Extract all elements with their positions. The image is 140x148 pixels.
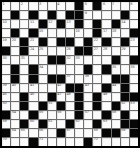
grid-cell[interactable] <box>84 129 92 137</box>
grid-cell[interactable] <box>84 120 92 128</box>
clue-number: 17 <box>103 29 107 33</box>
black-cell <box>121 75 129 83</box>
black-cell <box>102 84 110 92</box>
clue-number: 48 <box>66 92 70 96</box>
grid-cell[interactable] <box>93 56 101 64</box>
black-cell <box>75 84 83 92</box>
clue-number: 65 <box>21 128 25 132</box>
black-cell <box>20 120 28 128</box>
grid-cell[interactable] <box>102 20 110 28</box>
black-cell <box>121 11 129 19</box>
grid-cell[interactable]: 4 <box>57 2 65 10</box>
grid-cell[interactable] <box>75 129 83 137</box>
black-cell <box>57 102 65 110</box>
grid-cell[interactable]: 46 <box>29 93 37 101</box>
grid-cell[interactable] <box>102 138 110 146</box>
grid-cell[interactable]: 55 <box>39 111 47 119</box>
grid-cell[interactable]: 22 <box>93 38 101 46</box>
clue-number: 25 <box>39 47 43 51</box>
grid-cell[interactable] <box>2 75 10 83</box>
grid-cell[interactable] <box>102 56 110 64</box>
clue-number: 27 <box>94 47 98 51</box>
clue-number: 31 <box>21 56 25 60</box>
clue-number: 15 <box>39 29 43 33</box>
clue-number: 16 <box>76 29 80 33</box>
grid-cell[interactable]: 39 <box>2 84 10 92</box>
black-cell <box>29 111 37 119</box>
clue-number: 21 <box>30 38 34 42</box>
black-cell <box>29 65 37 73</box>
grid-cell[interactable] <box>93 111 101 119</box>
grid-cell[interactable]: 20 <box>11 38 19 46</box>
black-cell <box>2 47 10 55</box>
black-cell <box>84 138 92 146</box>
grid-cell[interactable] <box>11 138 19 146</box>
grid-cell[interactable] <box>11 102 19 110</box>
black-cell <box>84 38 92 46</box>
grid-cell[interactable]: 63 <box>102 120 110 128</box>
black-cell <box>39 20 47 28</box>
grid-cell[interactable]: 35 <box>112 65 120 73</box>
black-cell <box>39 120 47 128</box>
grid-cell[interactable] <box>48 111 56 119</box>
clue-number: 70 <box>3 137 7 141</box>
black-cell <box>11 65 19 73</box>
grid-cell[interactable]: 7 <box>112 2 120 10</box>
black-cell <box>29 75 37 83</box>
grid-cell[interactable]: 70 <box>2 138 10 146</box>
clue-number: 8 <box>130 2 132 6</box>
black-cell <box>75 102 83 110</box>
grid-cell[interactable] <box>66 138 74 146</box>
grid-cell[interactable]: 53 <box>130 102 138 110</box>
clue-number: 32 <box>66 56 70 60</box>
grid-cell[interactable] <box>2 29 10 37</box>
black-cell <box>112 129 120 137</box>
crossword-grid: 1234567891011121314151617181920212223242… <box>0 0 140 148</box>
grid-cell[interactable]: 45 <box>2 93 10 101</box>
grid-cell[interactable]: 15 <box>39 29 47 37</box>
grid-cell[interactable]: 57 <box>84 111 92 119</box>
grid-cell[interactable] <box>112 47 120 55</box>
grid-cell[interactable] <box>20 84 28 92</box>
grid-cell[interactable] <box>66 65 74 73</box>
grid-cell[interactable] <box>75 75 83 83</box>
black-cell <box>11 29 19 37</box>
clue-number: 22 <box>94 38 98 42</box>
black-cell <box>11 11 19 19</box>
grid-cell[interactable]: 65 <box>20 129 28 137</box>
grid-cell[interactable] <box>2 65 10 73</box>
clue-number: 61 <box>48 119 52 123</box>
black-cell <box>66 120 74 128</box>
clue-number: 3 <box>39 2 41 6</box>
clue-number: 62 <box>76 119 80 123</box>
black-cell <box>20 93 28 101</box>
black-cell <box>84 47 92 55</box>
grid-cell[interactable]: 61 <box>48 120 56 128</box>
grid-cell[interactable] <box>112 120 120 128</box>
black-cell <box>121 111 129 119</box>
grid-cell[interactable] <box>57 120 65 128</box>
grid-cell[interactable] <box>102 102 110 110</box>
grid-cell[interactable]: 71 <box>39 138 47 146</box>
grid-cell[interactable]: 30 <box>2 56 10 64</box>
clue-number: 59 <box>3 119 7 123</box>
black-cell <box>66 84 74 92</box>
grid-cell[interactable] <box>102 75 110 83</box>
grid-cell[interactable]: 31 <box>20 56 28 64</box>
grid-cell[interactable] <box>39 56 47 64</box>
grid-cell[interactable]: 14 <box>121 20 129 28</box>
grid-cell[interactable] <box>130 75 138 83</box>
grid-cell[interactable] <box>121 65 129 73</box>
grid-cell[interactable]: 43 <box>84 84 92 92</box>
grid-cell[interactable]: 3 <box>39 2 47 10</box>
black-cell <box>75 20 83 28</box>
grid-cell[interactable] <box>57 11 65 19</box>
grid-cell[interactable]: 62 <box>75 120 83 128</box>
grid-cell[interactable] <box>11 20 19 28</box>
grid-cell[interactable] <box>93 75 101 83</box>
grid-cell[interactable]: 49 <box>102 93 110 101</box>
grid-cell[interactable] <box>20 29 28 37</box>
grid-cell[interactable] <box>84 56 92 64</box>
grid-cell[interactable]: 66 <box>39 129 47 137</box>
grid-cell[interactable]: 2 <box>20 2 28 10</box>
clue-number: 44 <box>112 83 116 87</box>
grid-cell[interactable] <box>84 29 92 37</box>
clue-number: 6 <box>103 2 105 6</box>
black-cell <box>121 93 129 101</box>
grid-cell[interactable] <box>121 2 129 10</box>
black-cell <box>29 11 37 19</box>
clue-number: 26 <box>66 47 70 51</box>
grid-cell[interactable]: 59 <box>2 120 10 128</box>
grid-cell[interactable]: 13 <box>66 20 74 28</box>
clue-number: 64 <box>12 128 16 132</box>
grid-cell[interactable] <box>2 11 10 19</box>
grid-cell[interactable] <box>39 11 47 19</box>
grid-cell[interactable] <box>130 138 138 146</box>
grid-cell[interactable] <box>121 138 129 146</box>
black-cell <box>48 75 56 83</box>
grid-cell[interactable]: 34 <box>39 65 47 73</box>
grid-cell[interactable] <box>112 93 120 101</box>
clue-number: 1 <box>3 2 5 6</box>
grid-cell[interactable] <box>48 47 56 55</box>
clue-number: 20 <box>12 38 16 42</box>
grid-cell[interactable] <box>11 93 19 101</box>
grid-cell[interactable]: 5 <box>84 2 92 10</box>
clue-number: 24 <box>30 47 34 51</box>
clue-number: 38 <box>85 74 89 78</box>
grid-cell[interactable]: 24 <box>29 47 37 55</box>
black-cell <box>57 75 65 83</box>
black-cell <box>112 75 120 83</box>
black-cell <box>20 38 28 46</box>
clue-number: 55 <box>39 110 43 114</box>
grid-cell[interactable] <box>112 11 120 19</box>
grid-cell[interactable] <box>112 138 120 146</box>
grid-cell[interactable]: 47 <box>57 93 65 101</box>
black-cell <box>112 20 120 28</box>
grid-cell[interactable]: 9 <box>84 11 92 19</box>
black-cell <box>66 38 74 46</box>
clue-number: 54 <box>12 110 16 114</box>
grid-cell[interactable] <box>57 29 65 37</box>
clue-number: 40 <box>12 83 16 87</box>
clue-number: 50 <box>3 101 7 105</box>
grid-cell[interactable]: 1 <box>2 2 10 10</box>
clue-number: 14 <box>121 20 125 24</box>
grid-cell[interactable] <box>48 29 56 37</box>
grid-cell[interactable]: 10 <box>2 20 10 28</box>
clue-number: 57 <box>85 110 89 114</box>
grid-cell[interactable]: 68 <box>93 129 101 137</box>
grid-cell[interactable]: 27 <box>93 47 101 55</box>
black-cell <box>112 102 120 110</box>
grid-cell[interactable]: 33 <box>75 56 83 64</box>
black-cell <box>121 120 129 128</box>
clue-number: 5 <box>85 2 87 6</box>
black-cell <box>2 129 10 137</box>
grid-cell[interactable] <box>130 11 138 19</box>
black-cell <box>2 111 10 119</box>
clue-number: 67 <box>66 128 70 132</box>
clue-number: 42 <box>57 83 61 87</box>
grid-cell[interactable] <box>57 47 65 55</box>
clue-number: 45 <box>3 92 7 96</box>
grid-cell[interactable] <box>48 65 56 73</box>
grid-cell[interactable] <box>57 138 65 146</box>
black-cell <box>29 138 37 146</box>
clue-number: 36 <box>130 65 134 69</box>
black-cell <box>11 75 19 83</box>
black-cell <box>130 56 138 64</box>
grid-cell[interactable] <box>130 20 138 28</box>
grid-cell[interactable] <box>48 84 56 92</box>
grid-cell[interactable] <box>130 84 138 92</box>
black-cell <box>48 93 56 101</box>
grid-cell[interactable] <box>102 11 110 19</box>
black-cell <box>112 56 120 64</box>
grid-cell[interactable]: 18 <box>112 29 120 37</box>
grid-cell[interactable] <box>57 65 65 73</box>
grid-cell[interactable] <box>66 29 74 37</box>
grid-cell[interactable]: 17 <box>102 29 110 37</box>
clue-number: 34 <box>39 65 43 69</box>
grid-cell[interactable] <box>75 38 83 46</box>
black-cell <box>57 56 65 64</box>
grid-cell[interactable]: 44 <box>112 84 120 92</box>
black-cell <box>93 29 101 37</box>
grid-cell[interactable]: 52 <box>121 102 129 110</box>
black-cell <box>48 11 56 19</box>
clue-number: 49 <box>103 92 107 96</box>
clue-number: 30 <box>3 56 7 60</box>
grid-cell[interactable] <box>39 75 47 83</box>
grid-cell[interactable] <box>11 120 19 128</box>
black-cell <box>75 11 83 19</box>
grid-cell[interactable] <box>75 138 83 146</box>
black-cell <box>66 11 74 19</box>
grid-cell[interactable] <box>20 20 28 28</box>
grid-cell[interactable] <box>130 111 138 119</box>
clue-number: 47 <box>57 92 61 96</box>
black-cell <box>57 20 65 28</box>
grid-cell[interactable] <box>20 11 28 19</box>
grid-cell[interactable]: 21 <box>29 38 37 46</box>
grid-cell[interactable]: 32 <box>66 56 74 64</box>
clue-number: 71 <box>39 137 43 141</box>
grid-cell[interactable] <box>75 65 83 73</box>
grid-cell[interactable]: 54 <box>11 111 19 119</box>
grid-cell[interactable] <box>29 129 37 137</box>
grid-cell[interactable]: 60 <box>29 120 37 128</box>
black-cell <box>20 47 28 55</box>
grid-cell[interactable] <box>121 29 129 37</box>
grid-cell[interactable] <box>20 65 28 73</box>
grid-cell[interactable] <box>11 56 19 64</box>
grid-cell[interactable]: 37 <box>66 75 74 83</box>
black-cell <box>57 129 65 137</box>
grid-cell[interactable] <box>11 47 19 55</box>
grid-cell[interactable]: 28 <box>102 47 110 55</box>
black-cell <box>75 111 83 119</box>
grid-cell[interactable] <box>130 47 138 55</box>
clue-number: 63 <box>103 119 107 123</box>
clue-number: 51 <box>48 101 52 105</box>
clue-number: 43 <box>85 83 89 87</box>
grid-cell[interactable]: 48 <box>66 93 74 101</box>
clue-number: 66 <box>39 128 43 132</box>
clue-number: 13 <box>66 20 70 24</box>
black-cell <box>130 29 138 37</box>
black-cell <box>93 93 101 101</box>
grid-cell[interactable] <box>84 93 92 101</box>
grid-cell[interactable]: 23 <box>130 38 138 46</box>
grid-cell[interactable] <box>20 138 28 146</box>
clue-number: 56 <box>57 110 61 114</box>
grid-cell[interactable]: 50 <box>2 102 10 110</box>
clue-number: 53 <box>130 101 134 105</box>
clue-number: 29 <box>121 47 125 51</box>
grid-cell[interactable] <box>93 65 101 73</box>
black-cell <box>39 38 47 46</box>
grid-cell[interactable] <box>39 84 47 92</box>
grid-cell[interactable]: 6 <box>102 2 110 10</box>
clue-number: 19 <box>3 38 7 42</box>
clue-number: 33 <box>76 56 80 60</box>
grid-cell[interactable] <box>121 56 129 64</box>
grid-cell[interactable]: 56 <box>57 111 65 119</box>
clue-number: 7 <box>112 2 114 6</box>
grid-cell[interactable] <box>66 2 74 10</box>
clue-number: 9 <box>85 11 87 15</box>
clue-number: 72 <box>94 137 98 141</box>
black-cell <box>130 93 138 101</box>
grid-cell[interactable] <box>48 2 56 10</box>
clue-number: 2 <box>21 2 23 6</box>
clue-number: 68 <box>94 128 98 132</box>
grid-cell[interactable] <box>66 111 74 119</box>
black-cell <box>93 2 101 10</box>
grid-cell[interactable] <box>29 2 37 10</box>
grid-cell[interactable] <box>93 84 101 92</box>
grid-cell[interactable]: 41 <box>29 84 37 92</box>
grid-cell[interactable] <box>84 20 92 28</box>
black-cell <box>75 47 83 55</box>
grid-cell[interactable]: 40 <box>11 84 19 92</box>
clue-number: 37 <box>66 74 70 78</box>
grid-cell[interactable]: 58 <box>112 111 120 119</box>
grid-cell[interactable]: 29 <box>121 47 129 55</box>
grid-cell[interactable]: 67 <box>66 129 74 137</box>
grid-cell[interactable]: 26 <box>66 47 74 55</box>
black-cell <box>93 102 101 110</box>
clue-number: 69 <box>121 128 125 132</box>
black-cell <box>102 129 110 137</box>
black-cell <box>102 65 110 73</box>
grid-cell[interactable] <box>29 56 37 64</box>
clue-number: 39 <box>3 83 7 87</box>
black-cell <box>93 120 101 128</box>
grid-cell[interactable] <box>66 102 74 110</box>
grid-cell[interactable]: 8 <box>130 2 138 10</box>
black-cell <box>75 2 83 10</box>
grid-cell[interactable] <box>112 38 120 46</box>
black-cell <box>20 102 28 110</box>
grid-cell[interactable]: 25 <box>39 47 47 55</box>
grid-cell[interactable] <box>48 129 56 137</box>
grid-cell[interactable] <box>20 111 28 119</box>
grid-cell[interactable] <box>11 2 19 10</box>
grid-cell[interactable] <box>93 11 101 19</box>
black-cell <box>121 38 129 46</box>
grid-cell[interactable] <box>29 102 37 110</box>
grid-cell[interactable]: 11 <box>29 20 37 28</box>
grid-cell[interactable] <box>20 75 28 83</box>
grid-cell[interactable]: 51 <box>48 102 56 110</box>
grid-cell[interactable]: 16 <box>75 29 83 37</box>
clue-number: 10 <box>3 20 7 24</box>
black-cell <box>48 56 56 64</box>
clue-number: 18 <box>112 29 116 33</box>
grid-cell[interactable]: 36 <box>130 65 138 73</box>
black-cell <box>75 93 83 101</box>
grid-cell[interactable] <box>84 102 92 110</box>
grid-cell[interactable] <box>48 38 56 46</box>
grid-cell[interactable]: 64 <box>11 129 19 137</box>
clue-number: 35 <box>112 65 116 69</box>
grid-cell[interactable] <box>39 93 47 101</box>
grid-cell[interactable]: 12 <box>48 20 56 28</box>
black-cell <box>102 38 110 46</box>
black-cell <box>84 65 92 73</box>
grid-cell[interactable]: 38 <box>84 75 92 83</box>
clue-number: 28 <box>103 47 107 51</box>
grid-cell[interactable]: 72 <box>93 138 101 146</box>
grid-cell[interactable]: 69 <box>121 129 129 137</box>
clue-number: 52 <box>121 101 125 105</box>
black-cell <box>121 84 129 92</box>
black-cell <box>39 102 47 110</box>
grid-cell[interactable]: 19 <box>2 38 10 46</box>
black-cell <box>29 29 37 37</box>
grid-cell[interactable] <box>48 138 56 146</box>
grid-cell[interactable]: 42 <box>57 84 65 92</box>
